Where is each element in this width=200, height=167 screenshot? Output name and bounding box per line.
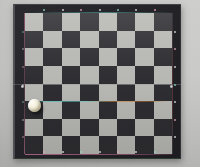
square-c8[interactable]: [62, 13, 80, 31]
frame-dot: [174, 66, 176, 68]
square-a3[interactable]: ♙: [25, 101, 43, 119]
square-a6[interactable]: [25, 48, 43, 66]
square-d2[interactable]: [80, 119, 98, 137]
frame-dot: [174, 84, 176, 86]
square-h8[interactable]: [154, 13, 172, 31]
square-g7[interactable]: [135, 31, 153, 49]
inner-edge-bottom: [25, 154, 172, 155]
square-f6[interactable]: [117, 48, 135, 66]
square-b3[interactable]: [43, 101, 61, 119]
square-f7[interactable]: [117, 31, 135, 49]
square-b6[interactable]: [43, 48, 61, 66]
frame-dot: [99, 151, 101, 153]
square-a5[interactable]: [25, 66, 43, 84]
square-g6[interactable]: [135, 48, 153, 66]
frame-dot: [80, 9, 82, 11]
square-e5[interactable]: [99, 66, 117, 84]
frame-dot: [43, 9, 45, 11]
square-e1[interactable]: [99, 136, 117, 154]
square-e7[interactable]: [99, 31, 117, 49]
square-a2[interactable]: [25, 119, 43, 137]
square-b4[interactable]: [43, 84, 61, 102]
frame-dot: [117, 9, 119, 11]
square-f2[interactable]: [117, 119, 135, 137]
square-h5[interactable]: [154, 66, 172, 84]
square-b2[interactable]: [43, 119, 61, 137]
frame-dot: [154, 9, 156, 11]
square-b7[interactable]: [43, 31, 61, 49]
frame-dot: [22, 66, 24, 68]
square-g8[interactable]: [135, 13, 153, 31]
frame-dot: [22, 101, 24, 103]
inner-edge-right: [172, 13, 173, 154]
chess-board: ♙: [13, 4, 181, 159]
square-e3[interactable]: [99, 101, 117, 119]
photo-scene: ♙: [0, 0, 200, 167]
square-d7[interactable]: [80, 31, 98, 49]
square-d3[interactable]: [80, 101, 98, 119]
square-e4[interactable]: [99, 84, 117, 102]
square-c1[interactable]: [62, 136, 80, 154]
frame-dot: [117, 151, 119, 153]
frame-dot: [22, 84, 24, 86]
square-a8[interactable]: [25, 13, 43, 31]
square-e2[interactable]: [99, 119, 117, 137]
square-d5[interactable]: [80, 66, 98, 84]
square-c3[interactable]: [62, 101, 80, 119]
frame-dot: [135, 9, 137, 11]
frame-dot: [174, 101, 176, 103]
square-b5[interactable]: [43, 66, 61, 84]
square-b8[interactable]: [43, 13, 61, 31]
square-a1[interactable]: [25, 136, 43, 154]
square-f8[interactable]: [117, 13, 135, 31]
square-g1[interactable]: [135, 136, 153, 154]
frame-dot: [62, 151, 64, 153]
square-g2[interactable]: [135, 119, 153, 137]
square-g4[interactable]: [135, 84, 153, 102]
square-d1[interactable]: [80, 136, 98, 154]
frame-dot: [62, 9, 64, 11]
square-h3[interactable]: [154, 101, 172, 119]
frame-dot: [22, 119, 24, 121]
square-c6[interactable]: [62, 48, 80, 66]
square-c7[interactable]: [62, 31, 80, 49]
frame-dot: [22, 48, 24, 50]
square-a7[interactable]: [25, 31, 43, 49]
square-g3[interactable]: [135, 101, 153, 119]
square-d6[interactable]: [80, 48, 98, 66]
square-c5[interactable]: [62, 66, 80, 84]
square-e8[interactable]: [99, 13, 117, 31]
square-d4[interactable]: [80, 84, 98, 102]
frame-dot: [22, 136, 24, 138]
frame-dot: [174, 48, 176, 50]
square-d8[interactable]: [80, 13, 98, 31]
square-f1[interactable]: [117, 136, 135, 154]
board-grid: ♙: [25, 13, 172, 154]
frame-dot: [174, 136, 176, 138]
square-e6[interactable]: [99, 48, 117, 66]
frame-dot: [99, 9, 101, 11]
square-h6[interactable]: [154, 48, 172, 66]
hinge-screw-right: [170, 85, 173, 88]
square-f5[interactable]: [117, 66, 135, 84]
square-c2[interactable]: [62, 119, 80, 137]
square-h2[interactable]: [154, 119, 172, 137]
white-pawn[interactable]: ♙: [28, 99, 41, 112]
frame-dot: [22, 31, 24, 33]
square-h1[interactable]: [154, 136, 172, 154]
frame-dot: [154, 151, 156, 153]
frame-dot: [174, 31, 176, 33]
square-h7[interactable]: [154, 31, 172, 49]
square-b1[interactable]: [43, 136, 61, 154]
square-c4[interactable]: [62, 84, 80, 102]
square-f4[interactable]: [117, 84, 135, 102]
square-g5[interactable]: [135, 66, 153, 84]
playing-area: ♙: [25, 13, 172, 154]
square-f3[interactable]: [117, 101, 135, 119]
frame-dot: [174, 119, 176, 121]
